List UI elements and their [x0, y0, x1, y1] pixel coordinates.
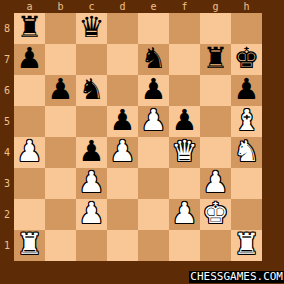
piece-black-rook-g7: ♜: [203, 43, 229, 74]
rank-label-1: 1: [0, 230, 14, 261]
square-c8: ♛: [76, 13, 107, 44]
piece-black-pawn-e6: ♟: [141, 74, 167, 105]
piece-black-pawn-a7: ♟: [17, 43, 43, 74]
square-f5: ♟: [169, 106, 200, 137]
rank-label-7: 7: [0, 44, 14, 75]
rank-label-4: 4: [0, 137, 14, 168]
piece-white-bishop-h5: ♝: [234, 105, 260, 136]
piece-white-pawn-c2: ♟: [79, 198, 105, 229]
file-label-e: e: [138, 0, 169, 13]
square-h8: [231, 13, 262, 44]
square-d8: [107, 13, 138, 44]
square-f4: ♛: [169, 137, 200, 168]
chessgames-watermark: CHESSGAMES.COM: [189, 271, 284, 283]
file-label-g: g: [200, 0, 231, 13]
rank-label-6: 6: [0, 75, 14, 106]
square-c7: [76, 44, 107, 75]
square-f8: [169, 13, 200, 44]
square-e6: ♟: [138, 75, 169, 106]
square-b3: [45, 168, 76, 199]
piece-black-rook-a8: ♜: [17, 12, 43, 43]
file-label-d: d: [107, 0, 138, 13]
piece-black-pawn-h6: ♟: [234, 74, 260, 105]
piece-black-pawn-f5: ♟: [172, 105, 198, 136]
piece-white-pawn-f2: ♟: [172, 198, 198, 229]
square-d6: [107, 75, 138, 106]
square-c2: ♟: [76, 199, 107, 230]
piece-white-queen-f4: ♛: [172, 136, 198, 167]
square-h3: [231, 168, 262, 199]
piece-white-pawn-a4: ♟: [17, 136, 43, 167]
square-g5: [200, 106, 231, 137]
square-d4: ♟: [107, 137, 138, 168]
square-d3: [107, 168, 138, 199]
square-a6: [14, 75, 45, 106]
square-h4: ♞: [231, 137, 262, 168]
square-c4: ♟: [76, 137, 107, 168]
square-g8: [200, 13, 231, 44]
square-h7: ♚: [231, 44, 262, 75]
square-e4: [138, 137, 169, 168]
square-g1: [200, 230, 231, 261]
square-a8: ♜: [14, 13, 45, 44]
square-g3: ♟: [200, 168, 231, 199]
square-b5: [45, 106, 76, 137]
square-f1: [169, 230, 200, 261]
piece-white-king-g2: ♚: [203, 198, 229, 229]
square-c3: ♟: [76, 168, 107, 199]
square-g4: [200, 137, 231, 168]
piece-white-pawn-g3: ♟: [203, 167, 229, 198]
chess-diagram: abcdefgh 87654321 ♜♛♟♞♜♚♟♞♟♟♟♟♟♝♟♟♟♛♞♟♟♟…: [0, 0, 284, 284]
square-d2: [107, 199, 138, 230]
chess-board: ♜♛♟♞♜♚♟♞♟♟♟♟♟♝♟♟♟♛♞♟♟♟♟♚♜♜: [14, 13, 262, 261]
square-d5: ♟: [107, 106, 138, 137]
square-g2: ♚: [200, 199, 231, 230]
square-b4: [45, 137, 76, 168]
square-a2: [14, 199, 45, 230]
square-f2: ♟: [169, 199, 200, 230]
square-e5: ♟: [138, 106, 169, 137]
square-a7: ♟: [14, 44, 45, 75]
rank-label-2: 2: [0, 199, 14, 230]
piece-black-knight-e7: ♞: [141, 43, 167, 74]
square-f6: [169, 75, 200, 106]
square-e8: [138, 13, 169, 44]
square-h5: ♝: [231, 106, 262, 137]
piece-black-pawn-b6: ♟: [48, 74, 74, 105]
file-labels: abcdefgh: [14, 0, 262, 13]
rank-labels: 87654321: [0, 13, 14, 261]
piece-black-knight-c6: ♞: [79, 74, 105, 105]
square-c5: [76, 106, 107, 137]
square-b8: [45, 13, 76, 44]
square-b2: [45, 199, 76, 230]
piece-white-pawn-d4: ♟: [110, 136, 136, 167]
piece-white-rook-h1: ♜: [234, 229, 260, 260]
square-c1: [76, 230, 107, 261]
square-f3: [169, 168, 200, 199]
square-b6: ♟: [45, 75, 76, 106]
square-d7: [107, 44, 138, 75]
square-a4: ♟: [14, 137, 45, 168]
square-e3: [138, 168, 169, 199]
square-b1: [45, 230, 76, 261]
square-g6: [200, 75, 231, 106]
piece-white-pawn-e5: ♟: [141, 105, 167, 136]
square-d1: [107, 230, 138, 261]
rank-label-5: 5: [0, 106, 14, 137]
square-f7: [169, 44, 200, 75]
square-e1: [138, 230, 169, 261]
square-a1: ♜: [14, 230, 45, 261]
square-c6: ♞: [76, 75, 107, 106]
piece-black-pawn-d5: ♟: [110, 105, 136, 136]
square-g7: ♜: [200, 44, 231, 75]
square-h1: ♜: [231, 230, 262, 261]
square-h2: [231, 199, 262, 230]
piece-black-queen-c8: ♛: [79, 12, 105, 43]
piece-white-rook-a1: ♜: [17, 229, 43, 260]
file-label-h: h: [231, 0, 262, 13]
square-a3: [14, 168, 45, 199]
square-a5: [14, 106, 45, 137]
square-e2: [138, 199, 169, 230]
square-b7: [45, 44, 76, 75]
piece-black-king-h7: ♚: [234, 43, 260, 74]
rank-label-8: 8: [0, 13, 14, 44]
piece-white-pawn-c3: ♟: [79, 167, 105, 198]
rank-label-3: 3: [0, 168, 14, 199]
file-label-b: b: [45, 0, 76, 13]
square-h6: ♟: [231, 75, 262, 106]
piece-white-knight-h4: ♞: [234, 136, 260, 167]
piece-black-pawn-c4: ♟: [79, 136, 105, 167]
square-e7: ♞: [138, 44, 169, 75]
file-label-f: f: [169, 0, 200, 13]
